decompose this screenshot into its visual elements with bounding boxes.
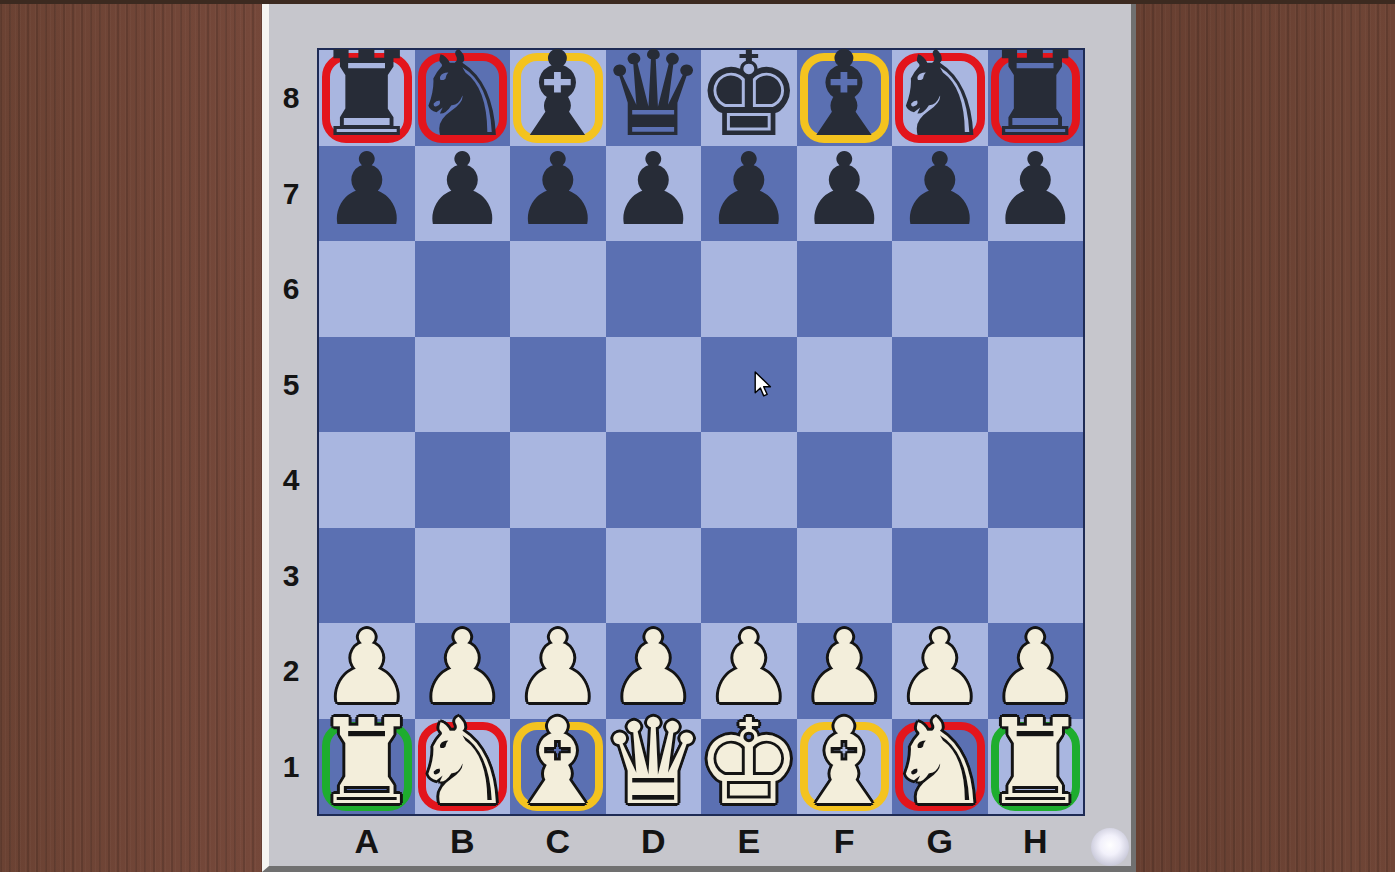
square-e5[interactable]	[701, 337, 797, 433]
black-pawn: ♟︎	[417, 140, 507, 240]
white-bishop: ♝︎	[791, 703, 897, 821]
square-d7[interactable]: ♟︎	[606, 146, 702, 242]
square-e1[interactable]: ♚︎	[701, 719, 797, 815]
square-c7[interactable]: ♟︎	[510, 146, 606, 242]
square-a1[interactable]: ♜︎	[319, 719, 415, 815]
square-f1[interactable]: ♝︎	[797, 719, 893, 815]
square-g4[interactable]	[892, 432, 988, 528]
square-e4[interactable]	[701, 432, 797, 528]
square-d4[interactable]	[606, 432, 702, 528]
square-b5[interactable]	[415, 337, 511, 433]
square-a4[interactable]	[319, 432, 415, 528]
black-pawn: ♟︎	[513, 140, 603, 240]
black-pawn: ♟︎	[322, 140, 412, 240]
square-c6[interactable]	[510, 241, 606, 337]
square-a7[interactable]: ♟︎	[319, 146, 415, 242]
square-f6[interactable]	[797, 241, 893, 337]
rank-label-6: 6	[272, 241, 310, 337]
square-a5[interactable]	[319, 337, 415, 433]
file-label-h: H	[988, 818, 1084, 864]
square-f5[interactable]	[797, 337, 893, 433]
wood-edge-strip	[0, 0, 1395, 4]
white-knight: ♞︎	[887, 703, 993, 821]
square-e6[interactable]	[701, 241, 797, 337]
white-knight: ♞︎	[409, 703, 515, 821]
square-f4[interactable]	[797, 432, 893, 528]
white-rook: ♜︎	[314, 703, 420, 821]
square-h4[interactable]	[988, 432, 1084, 528]
square-d5[interactable]	[606, 337, 702, 433]
square-a6[interactable]	[319, 241, 415, 337]
square-d6[interactable]	[606, 241, 702, 337]
desktop-wood-background: ♜︎♞︎♝︎♛︎♚︎♝︎♞︎♜︎♟︎♟︎♟︎♟︎♟︎♟︎♟︎♟︎♟︎♟︎♟︎♟︎…	[0, 0, 1395, 872]
white-king: ♚︎	[696, 703, 802, 821]
rank-label-4: 4	[272, 432, 310, 528]
square-g7[interactable]: ♟︎	[892, 146, 988, 242]
square-h5[interactable]	[988, 337, 1084, 433]
rank-label-7: 7	[272, 146, 310, 242]
file-label-a: A	[319, 818, 415, 864]
black-pawn: ♟︎	[704, 140, 794, 240]
glow-orb	[1091, 828, 1129, 866]
black-pawn: ♟︎	[895, 140, 985, 240]
rank-label-3: 3	[272, 528, 310, 624]
chess-board: ♜︎♞︎♝︎♛︎♚︎♝︎♞︎♜︎♟︎♟︎♟︎♟︎♟︎♟︎♟︎♟︎♟︎♟︎♟︎♟︎…	[317, 48, 1085, 816]
file-label-e: E	[701, 818, 797, 864]
square-b1[interactable]: ♞︎	[415, 719, 511, 815]
square-h1[interactable]: ♜︎	[988, 719, 1084, 815]
square-c4[interactable]	[510, 432, 606, 528]
white-rook: ♜︎	[982, 703, 1088, 821]
square-b7[interactable]: ♟︎	[415, 146, 511, 242]
rank-label-2: 2	[272, 623, 310, 719]
rank-label-5: 5	[272, 337, 310, 433]
black-pawn: ♟︎	[608, 140, 698, 240]
square-h6[interactable]	[988, 241, 1084, 337]
square-c1[interactable]: ♝︎	[510, 719, 606, 815]
rank-label-8: 8	[272, 50, 310, 146]
square-d1[interactable]: ♛︎	[606, 719, 702, 815]
square-b4[interactable]	[415, 432, 511, 528]
black-pawn: ♟︎	[990, 140, 1080, 240]
square-c5[interactable]	[510, 337, 606, 433]
file-label-d: D	[606, 818, 702, 864]
square-b6[interactable]	[415, 241, 511, 337]
file-label-g: G	[892, 818, 988, 864]
white-bishop: ♝︎	[505, 703, 611, 821]
mouse-cursor	[754, 371, 772, 397]
square-g6[interactable]	[892, 241, 988, 337]
file-label-f: F	[797, 818, 893, 864]
rank-label-1: 1	[272, 719, 310, 815]
file-label-b: B	[415, 818, 511, 864]
square-h7[interactable]: ♟︎	[988, 146, 1084, 242]
square-f7[interactable]: ♟︎	[797, 146, 893, 242]
white-queen: ♛︎	[600, 703, 706, 821]
file-label-c: C	[510, 818, 606, 864]
black-pawn: ♟︎	[799, 140, 889, 240]
square-g5[interactable]	[892, 337, 988, 433]
square-e7[interactable]: ♟︎	[701, 146, 797, 242]
square-g1[interactable]: ♞︎	[892, 719, 988, 815]
